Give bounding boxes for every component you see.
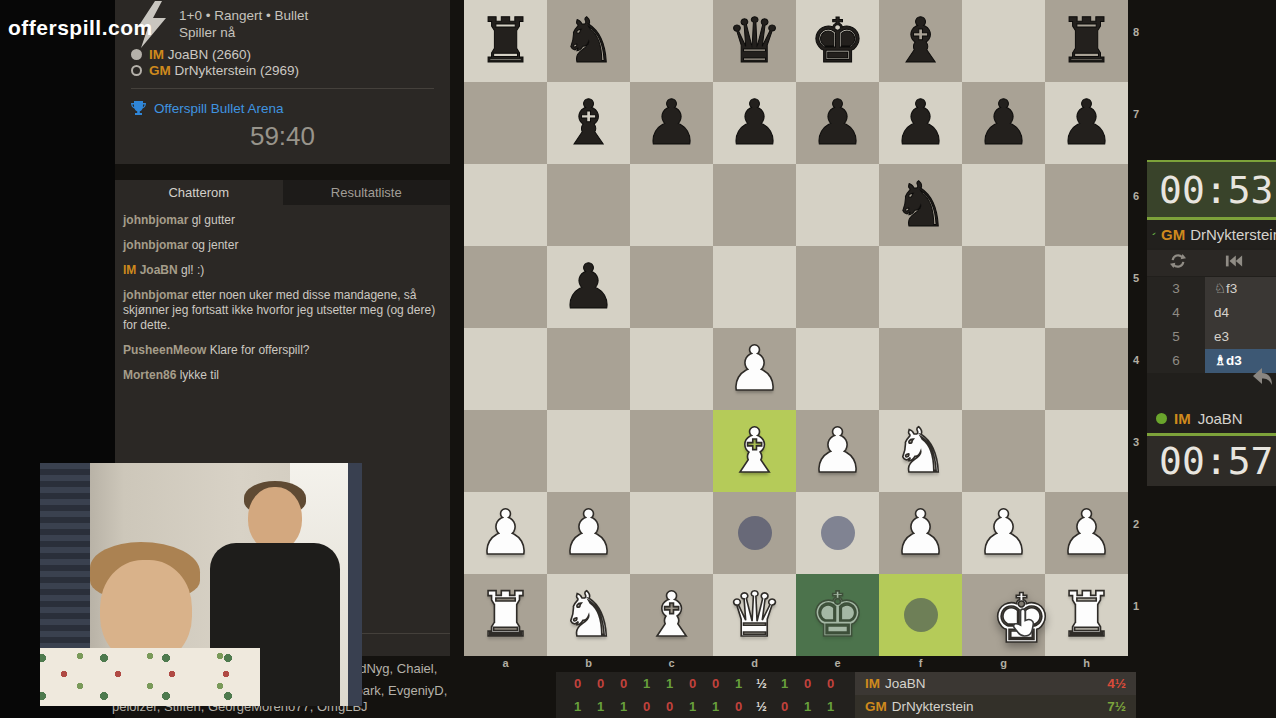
square-c6[interactable] [630,164,713,246]
player-row-black: GM DrNykterstein (2969) [131,62,299,78]
move-row-5[interactable]: 5e3 [1147,325,1276,349]
round-result: ½ [750,672,773,695]
square-g8[interactable] [962,0,1045,82]
white-knight[interactable]: ♞ [547,574,630,656]
player-title: GM [149,63,171,78]
square-f6[interactable]: ♞ [879,164,962,246]
square-g5[interactable] [962,246,1045,328]
file-label-d: d [713,656,796,672]
round-result: 0 [566,672,589,695]
hand-cursor-icon [1010,608,1038,644]
cycle-icon[interactable] [1169,253,1187,273]
tournament-clock: 59:40 [115,121,450,152]
premove-destination-dot[interactable] [821,516,855,550]
online-dot-icon [1156,413,1167,424]
file-label-b: b [547,656,630,672]
file-label-f: f [879,656,962,672]
black-rook[interactable]: ♜ [464,0,547,82]
square-f1[interactable] [879,574,962,656]
chat-message: johnbjomar og jenter [123,238,440,253]
round-result: 0 [658,695,681,718]
scoreboard-names: IM JoaBN 4½ GM DrNykterstein 7½ [855,672,1136,718]
square-f4[interactable] [879,328,962,410]
white-rook[interactable]: ♜ [464,574,547,656]
square-f7[interactable]: ♟ [879,82,962,164]
square-c7[interactable]: ♟ [630,82,713,164]
skip-to-first-icon[interactable] [1225,254,1243,272]
square-c3[interactable] [630,410,713,492]
webcam-overlay [40,463,362,706]
white-color-icon [131,49,142,60]
arena-link-label[interactable]: Offerspill Bullet Arena [154,101,284,116]
webcam-person-foreground [40,558,250,706]
square-d3[interactable]: ♝ [713,410,796,492]
square-b3[interactable] [547,410,630,492]
game-info-panel: 1+0 • Rangert • Bullet Spiller nå IM Joa… [115,0,450,164]
round-result: 1 [773,672,796,695]
spectator-list-line: spark, EvgeniyD, [349,683,447,698]
player-row-white: IM JoaBN (2660) [131,46,299,62]
square-c1[interactable]: ♝ [630,574,713,656]
square-d6[interactable] [713,164,796,246]
square-d7[interactable]: ♟ [713,82,796,164]
square-a2[interactable]: ♟ [464,492,547,574]
tab-chatterom[interactable]: Chatterom [115,180,283,205]
tab-resultatliste[interactable]: Resultatliste [283,180,451,205]
square-h6[interactable] [1045,164,1128,246]
rank-label-6: 6 [1128,164,1144,246]
player-title: IM [149,47,164,62]
square-f2[interactable]: ♟ [879,492,962,574]
square-d2[interactable] [713,492,796,574]
rank-label-4: 4 [1128,328,1144,410]
white-bishop[interactable]: ♝ [630,574,713,656]
square-e2[interactable] [796,492,879,574]
game-status: Spiller nå [179,24,308,41]
square-e1[interactable]: ♚ [796,574,879,656]
round-result: 0 [727,695,750,718]
round-result: 1 [635,672,658,695]
chat-message: johnbjomar gl gutter [123,213,440,228]
patron-wing-icon [1152,226,1156,242]
black-pawn[interactable]: ♟ [547,246,630,328]
info-divider [131,88,434,89]
white-pawn[interactable]: ♟ [464,492,547,574]
round-result: 0 [819,672,842,695]
black-bishop[interactable]: ♝ [879,0,962,82]
square-b8[interactable]: ♞ [547,0,630,82]
square-h7[interactable]: ♟ [1045,82,1128,164]
round-result: 1 [819,695,842,718]
white-knight[interactable]: ♞ [879,410,962,492]
white-queen[interactable]: ♛ [713,574,796,656]
square-c5[interactable] [630,246,713,328]
move-row-4[interactable]: 4d4 [1147,301,1276,325]
score-row-joabn: 00011001½100 [566,672,842,695]
round-result: 1 [727,672,750,695]
chat-message: IM JoaBN gl! :) [123,263,440,278]
standing-row[interactable]: GM DrNykterstein 7½ [855,695,1136,718]
square-b4[interactable] [547,328,630,410]
chat-username[interactable]: johnbjomar [123,238,188,252]
chat-tabs: Chatterom Resultatliste [115,180,450,205]
square-d4[interactable]: ♟ [713,328,796,410]
square-e7[interactable]: ♟ [796,82,879,164]
stream-brand: offerspill.com [8,16,153,40]
black-pawn[interactable]: ♟ [630,82,713,164]
chat-message: Morten86 lykke til [123,368,440,383]
round-result: 0 [589,672,612,695]
round-result: 1 [612,695,635,718]
round-result: 0 [773,695,796,718]
file-label-e: e [796,656,879,672]
black-queen[interactable]: ♛ [713,0,796,82]
black-pawn[interactable]: ♟ [713,82,796,164]
round-result: 1 [704,695,727,718]
chat-username[interactable]: JoaBN [140,263,178,277]
undo-arrow-icon[interactable] [1250,366,1274,392]
square-a6[interactable] [464,164,547,246]
trophy-icon [131,100,146,116]
square-a5[interactable] [464,246,547,328]
standing-row[interactable]: IM JoaBN 4½ [855,672,1136,695]
file-label-c: c [630,656,713,672]
chat-message: PusheenMeow Klare for offerspill? [123,343,440,358]
square-h5[interactable] [1045,246,1128,328]
white-clock: 00:57 [1147,433,1276,486]
round-result: 1 [681,695,704,718]
time-control: 1+0 • Rangert • Bullet [179,7,308,24]
black-bishop[interactable]: ♝ [547,82,630,164]
square-g4[interactable] [962,328,1045,410]
black-pawn[interactable]: ♟ [879,82,962,164]
tournament-scoreboard: 00011001½100 11100110½011 IM JoaBN 4½ GM… [556,672,1136,718]
round-result: 0 [681,672,704,695]
square-e4[interactable] [796,328,879,410]
white-king[interactable]: ♚ [796,574,879,656]
square-b2[interactable]: ♟ [547,492,630,574]
square-d1[interactable]: ♛ [713,574,796,656]
player-title: GM [1161,226,1185,243]
player-name: JoaBN [1198,410,1243,427]
round-result: 1 [658,672,681,695]
round-result: 0 [635,695,658,718]
square-a7[interactable] [464,82,547,164]
round-result: 1 [796,695,819,718]
round-result: 1 [566,695,589,718]
premove-destination-dot[interactable] [738,516,772,550]
arena-link[interactable]: Offerspill Bullet Arena [131,100,284,116]
square-b6[interactable] [547,164,630,246]
black-knight[interactable]: ♞ [879,164,962,246]
square-g6[interactable] [962,164,1045,246]
square-f5[interactable] [879,246,962,328]
total-score: 4½ [1107,676,1126,691]
file-label-a: a [464,656,547,672]
white-pawn[interactable]: ♟ [547,492,630,574]
square-c8[interactable] [630,0,713,82]
square-e3[interactable]: ♟ [796,410,879,492]
white-pawn[interactable]: ♟ [879,492,962,574]
chat-username[interactable]: Morten86 [123,368,176,382]
rank-label-3: 3 [1128,410,1144,492]
round-result: 1 [589,695,612,718]
square-b1[interactable]: ♞ [547,574,630,656]
square-g2[interactable]: ♟ [962,492,1045,574]
square-a4[interactable] [464,328,547,410]
stream-page: offerspill.com 1+0 • Rangert • Bullet Sp… [0,0,1276,718]
square-d8[interactable]: ♛ [713,0,796,82]
player-title: IM [1174,410,1191,427]
square-e6[interactable] [796,164,879,246]
rank-label-1: 1 [1128,574,1144,656]
square-h2[interactable]: ♟ [1045,492,1128,574]
black-pawn[interactable]: ♟ [796,82,879,164]
chat-message-list: johnbjomar gl gutterjohnbjomar og jenter… [115,205,450,383]
total-score: 7½ [1107,699,1126,714]
black-player-row[interactable]: GM DrNykterstein [1147,220,1276,248]
board-rank-labels: 87654321 [1128,0,1144,656]
black-king[interactable]: ♚ [796,0,879,82]
white-bishop[interactable]: ♝ [713,410,796,492]
black-color-icon [131,65,142,76]
rank-label-5: 5 [1128,246,1144,328]
chess-board[interactable]: ♜♞♛♚♝♜♝♟♟♟♟♟♟♞♟♟♝♟♞♟♟♟♟♟♜♞♝♛♚♜ [464,0,1128,656]
spectator-list-line: ndNyg, Chaiel, [352,661,437,676]
black-clock-running: 00:53 [1147,160,1276,220]
black-pawn[interactable]: ♟ [962,82,1045,164]
player-name: DrNykterstein (2969) [175,63,300,78]
square-a3[interactable] [464,410,547,492]
rank-label-8: 8 [1128,0,1144,82]
round-result: 0 [796,672,819,695]
round-result: 0 [612,672,635,695]
move-list: 3♘f34d45e36♗d3 [1147,277,1276,373]
white-pawn[interactable]: ♟ [1045,492,1128,574]
square-h8[interactable]: ♜ [1045,0,1128,82]
rank-label-7: 7 [1128,82,1144,164]
webcam-right-curtain [348,463,362,706]
white-player-row[interactable]: IM JoaBN [1147,406,1276,430]
player-list: IM JoaBN (2660) GM DrNykterstein (2969) [131,46,299,78]
square-b7[interactable]: ♝ [547,82,630,164]
square-e5[interactable] [796,246,879,328]
white-pawn[interactable]: ♟ [962,492,1045,574]
black-pawn[interactable]: ♟ [1045,82,1128,164]
player-name: JoaBN (2660) [168,47,251,62]
premove-destination-dot[interactable] [904,598,938,632]
square-e8[interactable]: ♚ [796,0,879,82]
round-result: 0 [704,672,727,695]
square-g7[interactable]: ♟ [962,82,1045,164]
square-f3[interactable]: ♞ [879,410,962,492]
round-result: ½ [750,695,773,718]
square-d5[interactable] [713,246,796,328]
score-row-drnykterstein: 11100110½011 [566,695,842,718]
chat-username[interactable]: PusheenMeow [123,343,206,357]
movelist-toolbar [1147,250,1276,276]
chat-username[interactable]: johnbjomar [123,213,188,227]
white-pawn[interactable]: ♟ [713,328,796,410]
square-c2[interactable] [630,492,713,574]
square-c4[interactable] [630,328,713,410]
black-knight[interactable]: ♞ [547,0,630,82]
chat-username[interactable]: johnbjomar [123,288,188,302]
move-row-3[interactable]: 3♘f3 [1147,277,1276,301]
game-setup-text: 1+0 • Rangert • Bullet Spiller nå [179,7,308,41]
square-f8[interactable]: ♝ [879,0,962,82]
square-a8[interactable]: ♜ [464,0,547,82]
square-h3[interactable] [1045,410,1128,492]
player-name: DrNykterstein [1190,226,1276,243]
rank-label-2: 2 [1128,492,1144,574]
black-rook[interactable]: ♜ [1045,0,1128,82]
white-pawn[interactable]: ♟ [796,410,879,492]
chat-message: johnbjomar etter noen uker med disse man… [123,288,440,333]
square-a1[interactable]: ♜ [464,574,547,656]
square-g3[interactable] [962,410,1045,492]
square-h4[interactable] [1045,328,1128,410]
square-b5[interactable]: ♟ [547,246,630,328]
